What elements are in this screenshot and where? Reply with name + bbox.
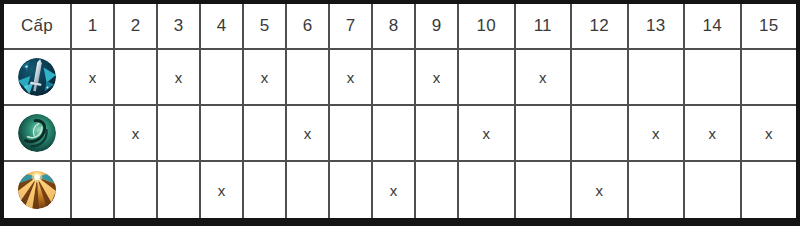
level-header-13: 13 xyxy=(629,4,684,48)
level-header-3: 3 xyxy=(158,4,199,48)
skill-3-level-4-cell: x xyxy=(201,162,242,218)
skill-1-sword-crystal-icon xyxy=(18,58,56,96)
level-column-corner-label: Cấp xyxy=(4,4,70,48)
skill-2-level-9-cell xyxy=(416,106,457,160)
level-header-2: 2 xyxy=(115,4,156,48)
skill-1-level-4-cell xyxy=(201,50,242,104)
skill-1-level-15-cell xyxy=(742,50,797,104)
level-header-12: 12 xyxy=(572,4,627,48)
skill-order-table: Cấp123456789101112131415 xyxy=(0,0,800,226)
level-header-10: 10 xyxy=(459,4,514,48)
skill-2-level-3-cell xyxy=(158,106,199,160)
skill-2-teal-dragon-swirl-icon xyxy=(18,114,56,152)
skill-3-level-14-cell xyxy=(685,162,740,218)
skill-1-level-12-cell xyxy=(572,50,627,104)
skill-1-level-7-cell: x xyxy=(330,50,371,104)
skill-3-level-2-cell xyxy=(115,162,156,218)
skill-2-level-13-cell: x xyxy=(629,106,684,160)
skill-3-level-9-cell xyxy=(416,162,457,218)
skill-1-icon-cell xyxy=(4,50,70,104)
skill-1-level-6-cell xyxy=(287,50,328,104)
skill-3-level-3-cell xyxy=(158,162,199,218)
level-header-11: 11 xyxy=(516,4,571,48)
skill-1-level-11-cell: x xyxy=(516,50,571,104)
skill-2-level-7-cell xyxy=(330,106,371,160)
skill-3-level-5-cell xyxy=(244,162,285,218)
skill-3-level-13-cell xyxy=(629,162,684,218)
level-header-1: 1 xyxy=(72,4,113,48)
level-header-15: 15 xyxy=(742,4,797,48)
skill-3-level-6-cell xyxy=(287,162,328,218)
skill-2-level-15-cell: x xyxy=(742,106,797,160)
skill-3-level-10-cell xyxy=(459,162,514,218)
level-header-5: 5 xyxy=(244,4,285,48)
skill-2-level-2-cell: x xyxy=(115,106,156,160)
skill-1-level-3-cell: x xyxy=(158,50,199,104)
skill-table-grid: Cấp123456789101112131415 xyxy=(4,4,796,218)
skill-2-level-14-cell: x xyxy=(685,106,740,160)
skill-1-level-9-cell: x xyxy=(416,50,457,104)
skill-3-level-15-cell xyxy=(742,162,797,218)
skill-1-level-13-cell xyxy=(629,50,684,104)
skill-2-level-6-cell: x xyxy=(287,106,328,160)
skill-1-level-5-cell: x xyxy=(244,50,285,104)
level-header-4: 4 xyxy=(201,4,242,48)
level-header-9: 9 xyxy=(416,4,457,48)
skill-3-icon-cell xyxy=(4,162,70,218)
skill-3-level-11-cell xyxy=(516,162,571,218)
level-header-7: 7 xyxy=(330,4,371,48)
skill-2-level-11-cell xyxy=(516,106,571,160)
skill-3-level-12-cell: x xyxy=(572,162,627,218)
skill-2-level-4-cell xyxy=(201,106,242,160)
skill-2-level-1-cell xyxy=(72,106,113,160)
level-header-14: 14 xyxy=(685,4,740,48)
skill-2-icon-cell xyxy=(4,106,70,160)
skill-2-level-10-cell: x xyxy=(459,106,514,160)
level-header-6: 6 xyxy=(287,4,328,48)
skill-1-level-14-cell xyxy=(685,50,740,104)
skill-1-level-8-cell xyxy=(373,50,414,104)
skill-2-level-12-cell xyxy=(572,106,627,160)
skill-3-level-1-cell xyxy=(72,162,113,218)
skill-2-level-8-cell xyxy=(373,106,414,160)
skill-3-level-7-cell xyxy=(330,162,371,218)
level-header-8: 8 xyxy=(373,4,414,48)
skill-1-level-2-cell xyxy=(115,50,156,104)
skill-3-level-8-cell: x xyxy=(373,162,414,218)
skill-2-level-5-cell xyxy=(244,106,285,160)
skill-1-level-10-cell xyxy=(459,50,514,104)
skill-1-level-1-cell: x xyxy=(72,50,113,104)
skill-3-golden-sunburst-icon xyxy=(18,171,56,209)
